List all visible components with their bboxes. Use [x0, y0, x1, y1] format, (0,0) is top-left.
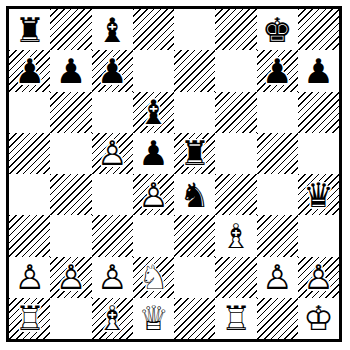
square-b7[interactable]: ♟	[50, 50, 91, 91]
square-d3[interactable]	[133, 215, 174, 256]
square-d6[interactable]: ♝	[133, 92, 174, 133]
square-e1[interactable]	[174, 298, 215, 339]
square-h5[interactable]	[298, 133, 339, 174]
square-g4[interactable]	[257, 174, 298, 215]
square-c8[interactable]: ♝	[92, 9, 133, 50]
square-e2[interactable]	[174, 257, 215, 298]
piece-black-bishop: ♝	[138, 95, 168, 129]
piece-white-bishop: ♗	[221, 219, 251, 253]
square-b6[interactable]	[50, 92, 91, 133]
piece-black-rook: ♜	[179, 136, 209, 170]
square-f6[interactable]	[215, 92, 256, 133]
square-d5[interactable]: ♟	[133, 133, 174, 174]
square-g5[interactable]	[257, 133, 298, 174]
piece-black-pawn: ♟	[14, 54, 44, 88]
square-a7[interactable]: ♟	[9, 50, 50, 91]
piece-black-pawn: ♟	[56, 54, 86, 88]
square-b5[interactable]	[50, 133, 91, 174]
square-e6[interactable]	[174, 92, 215, 133]
square-b1[interactable]	[50, 298, 91, 339]
square-g3[interactable]	[257, 215, 298, 256]
piece-white-pawn: ♙	[56, 260, 86, 294]
board-frame: ♜♝♚♟♟♟♟♟♝♙♟♜♙♞♛♗♙♙♙♘♙♙♖♗♕♖♔	[6, 6, 342, 342]
square-f8[interactable]	[215, 9, 256, 50]
square-e4[interactable]: ♞	[174, 174, 215, 215]
square-f3[interactable]: ♗	[215, 215, 256, 256]
square-a6[interactable]	[9, 92, 50, 133]
piece-black-pawn: ♟	[303, 54, 333, 88]
piece-white-pawn: ♙	[138, 178, 168, 212]
square-h6[interactable]	[298, 92, 339, 133]
square-b8[interactable]	[50, 9, 91, 50]
square-d2[interactable]: ♘	[133, 257, 174, 298]
square-f2[interactable]	[215, 257, 256, 298]
square-c4[interactable]	[92, 174, 133, 215]
piece-black-king: ♚	[262, 13, 292, 47]
square-e3[interactable]	[174, 215, 215, 256]
piece-white-pawn: ♙	[97, 260, 127, 294]
square-b3[interactable]	[50, 215, 91, 256]
square-c3[interactable]	[92, 215, 133, 256]
square-h8[interactable]	[298, 9, 339, 50]
piece-white-king: ♔	[303, 301, 333, 335]
square-h3[interactable]	[298, 215, 339, 256]
piece-white-bishop: ♗	[97, 301, 127, 335]
piece-white-pawn: ♙	[14, 260, 44, 294]
square-e7[interactable]	[174, 50, 215, 91]
square-d4[interactable]: ♙	[133, 174, 174, 215]
square-a1[interactable]: ♖	[9, 298, 50, 339]
diagram-page: ♜♝♚♟♟♟♟♟♝♙♟♜♙♞♛♗♙♙♙♘♙♙♖♗♕♖♔	[0, 0, 350, 350]
square-h7[interactable]: ♟	[298, 50, 339, 91]
square-g2[interactable]: ♙	[257, 257, 298, 298]
square-d1[interactable]: ♕	[133, 298, 174, 339]
square-e5[interactable]: ♜	[174, 133, 215, 174]
piece-white-pawn: ♙	[303, 260, 333, 294]
square-c5[interactable]: ♙	[92, 133, 133, 174]
square-g6[interactable]	[257, 92, 298, 133]
chess-board: ♜♝♚♟♟♟♟♟♝♙♟♜♙♞♛♗♙♙♙♘♙♙♖♗♕♖♔	[9, 9, 339, 339]
piece-black-pawn: ♟	[138, 136, 168, 170]
square-a5[interactable]	[9, 133, 50, 174]
piece-white-rook: ♖	[14, 301, 44, 335]
square-c2[interactable]: ♙	[92, 257, 133, 298]
square-b4[interactable]	[50, 174, 91, 215]
piece-white-pawn: ♙	[262, 260, 292, 294]
square-d7[interactable]	[133, 50, 174, 91]
piece-black-bishop: ♝	[97, 13, 127, 47]
square-f4[interactable]	[215, 174, 256, 215]
square-f1[interactable]: ♖	[215, 298, 256, 339]
piece-white-pawn: ♙	[97, 136, 127, 170]
piece-black-pawn: ♟	[97, 54, 127, 88]
square-b2[interactable]: ♙	[50, 257, 91, 298]
square-f5[interactable]	[215, 133, 256, 174]
square-a4[interactable]	[9, 174, 50, 215]
square-h4[interactable]: ♛	[298, 174, 339, 215]
square-e8[interactable]	[174, 9, 215, 50]
square-h2[interactable]: ♙	[298, 257, 339, 298]
piece-black-queen: ♛	[303, 178, 333, 212]
square-g8[interactable]: ♚	[257, 9, 298, 50]
piece-black-rook: ♜	[14, 13, 44, 47]
square-c1[interactable]: ♗	[92, 298, 133, 339]
piece-black-knight: ♞	[179, 178, 209, 212]
piece-white-knight: ♘	[138, 260, 168, 294]
square-c6[interactable]	[92, 92, 133, 133]
square-d8[interactable]	[133, 9, 174, 50]
piece-black-pawn: ♟	[262, 54, 292, 88]
square-a8[interactable]: ♜	[9, 9, 50, 50]
square-c7[interactable]: ♟	[92, 50, 133, 91]
piece-white-queen: ♕	[138, 301, 168, 335]
square-a3[interactable]	[9, 215, 50, 256]
square-h1[interactable]: ♔	[298, 298, 339, 339]
piece-white-rook: ♖	[221, 301, 251, 335]
square-g1[interactable]	[257, 298, 298, 339]
square-f7[interactable]	[215, 50, 256, 91]
square-g7[interactable]: ♟	[257, 50, 298, 91]
square-a2[interactable]: ♙	[9, 257, 50, 298]
